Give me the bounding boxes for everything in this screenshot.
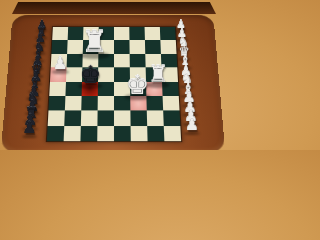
square-e2[interactable] [114, 110, 131, 125]
square-b1[interactable] [63, 125, 80, 140]
square-a8[interactable] [52, 27, 68, 40]
square-d2[interactable] [97, 110, 114, 125]
square-c7[interactable] [82, 40, 98, 53]
square-h7[interactable] [160, 40, 176, 53]
square-c1[interactable] [80, 125, 97, 140]
square-c4[interactable] [81, 81, 97, 95]
square-g6[interactable] [145, 53, 161, 67]
square-c6[interactable] [82, 53, 98, 67]
square-d7[interactable] [98, 40, 114, 53]
square-h3[interactable] [162, 95, 179, 110]
square-h1[interactable] [163, 125, 180, 140]
square-b6[interactable] [66, 53, 82, 67]
square-d6[interactable] [98, 53, 114, 67]
square-d4[interactable] [97, 81, 113, 95]
square-a3[interactable] [48, 95, 65, 110]
square-a4[interactable] [49, 81, 66, 95]
square-f5[interactable] [129, 67, 145, 81]
square-e7[interactable] [114, 40, 130, 53]
square-f3[interactable] [130, 95, 147, 110]
square-f2[interactable] [130, 110, 147, 125]
chess-board[interactable] [45, 26, 181, 142]
square-e3[interactable] [114, 95, 130, 110]
square-d1[interactable] [97, 125, 114, 140]
square-a6[interactable] [50, 53, 66, 67]
chess-table-scene: ♜♟♚♜♚ ♟♜♟♞♝♟♛♟♝♟♞♟♜♟♟ ♟♟♞♛♝♟♞♝♟♟♟♟ [0, 0, 228, 150]
square-g7[interactable] [144, 40, 160, 53]
square-c3[interactable] [81, 95, 98, 110]
square-h5[interactable] [161, 67, 178, 81]
square-e5[interactable] [114, 67, 130, 81]
square-c8[interactable] [83, 27, 99, 40]
square-b8[interactable] [67, 27, 83, 40]
square-a5[interactable] [50, 67, 67, 81]
square-b4[interactable] [65, 81, 82, 95]
board-far-edge [12, 2, 216, 14]
square-g3[interactable] [146, 95, 163, 110]
square-g1[interactable] [147, 125, 164, 140]
square-e8[interactable] [114, 27, 129, 40]
square-d8[interactable] [98, 27, 113, 40]
square-h6[interactable] [160, 53, 176, 67]
square-f6[interactable] [129, 53, 145, 67]
square-g8[interactable] [144, 27, 160, 40]
square-g2[interactable] [146, 110, 163, 125]
square-b5[interactable] [66, 67, 82, 81]
square-f8[interactable] [129, 27, 145, 40]
square-d5[interactable] [98, 67, 114, 81]
square-b2[interactable] [64, 110, 81, 125]
square-f1[interactable] [130, 125, 147, 140]
square-c5[interactable] [82, 67, 98, 81]
square-e4[interactable] [114, 81, 130, 95]
square-f7[interactable] [129, 40, 145, 53]
square-a7[interactable] [51, 40, 67, 53]
square-g4[interactable] [146, 81, 163, 95]
square-f4[interactable] [130, 81, 146, 95]
square-h2[interactable] [163, 110, 180, 125]
square-g5[interactable] [145, 67, 161, 81]
square-b7[interactable] [67, 40, 83, 53]
square-b3[interactable] [64, 95, 81, 110]
square-a1[interactable] [46, 125, 63, 140]
square-c2[interactable] [80, 110, 97, 125]
square-e1[interactable] [114, 125, 131, 140]
square-e6[interactable] [114, 53, 130, 67]
square-d3[interactable] [97, 95, 113, 110]
square-a2[interactable] [47, 110, 64, 125]
square-h4[interactable] [162, 81, 179, 95]
square-h8[interactable] [159, 27, 175, 40]
